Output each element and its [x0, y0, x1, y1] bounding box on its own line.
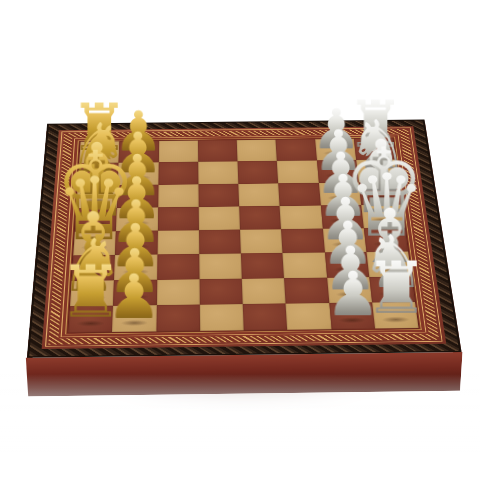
- photo-scene: ♜♟♟♜♞♟♟♞♝♟♟♝♚♟♟♚♛♟♟♛♝♟♟♝♞♟♟♞♜♟♟♜: [0, 0, 480, 480]
- gold-rook: ♜: [33, 259, 149, 327]
- square-d5: [240, 229, 283, 254]
- bottom-white-fade: [0, 374, 480, 454]
- square-f5: [238, 183, 279, 206]
- square-g5: [238, 161, 279, 184]
- square-e4: [198, 206, 240, 230]
- square-a5: [243, 303, 288, 330]
- square-a1: ♜: [68, 306, 113, 333]
- silver-pawn: ♟: [295, 265, 411, 323]
- square-c5: [241, 253, 284, 278]
- square-h5: [237, 140, 277, 162]
- square-c4: [199, 254, 242, 279]
- square-a7: ♟: [329, 302, 375, 329]
- chess-board: ♜♟♟♜♞♟♟♞♝♟♟♝♚♟♟♚♛♟♟♛♝♟♟♝♞♟♟♞♜♟♟♜: [68, 138, 418, 332]
- square-h4: [198, 140, 238, 162]
- square-f4: [198, 184, 239, 207]
- square-d4: [199, 230, 241, 255]
- leather-border: ♜♟♟♜♞♟♟♞♝♟♟♝♚♟♟♚♛♟♟♛♝♟♟♝♞♟♟♞♜♟♟♜: [42, 126, 447, 349]
- square-g4: [198, 162, 238, 185]
- square-a4: [200, 304, 244, 331]
- square-b5: [242, 278, 286, 304]
- square-b4: [199, 278, 242, 304]
- board-case-top: ♜♟♟♜♞♟♟♞♝♟♟♝♚♟♟♚♛♟♟♛♝♟♟♝♞♟♟♞♜♟♟♜: [27, 119, 462, 357]
- square-e5: [239, 206, 281, 230]
